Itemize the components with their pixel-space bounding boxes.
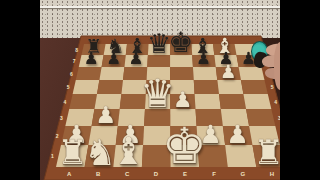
svg-text:3: 3 bbox=[60, 115, 63, 121]
svg-text:4: 4 bbox=[64, 99, 67, 105]
svg-text:6: 6 bbox=[70, 71, 73, 77]
piece-black-pawn-a7[interactable]: ♟ bbox=[84, 51, 99, 68]
svg-text:8: 8 bbox=[75, 47, 78, 53]
letterbox-left bbox=[0, 0, 40, 180]
video-content: ABCDEFGH1122334455667788 ♜♞♝♛♚♝♝♟♟♟♟♟♟♟♛… bbox=[40, 0, 280, 180]
svg-text:5: 5 bbox=[271, 84, 274, 90]
svg-text:4: 4 bbox=[274, 99, 277, 105]
piece-white-pawn-e4[interactable]: ♟ bbox=[173, 89, 192, 111]
letterbox-right bbox=[280, 0, 320, 180]
piece-white-rook-h1[interactable]: ♜ bbox=[253, 136, 280, 170]
piece-black-pawn-f7[interactable]: ♟ bbox=[196, 51, 211, 68]
piece-white-pawn-g2[interactable]: ♟ bbox=[226, 122, 248, 147]
svg-text:7: 7 bbox=[73, 58, 76, 64]
piece-white-queen-d4[interactable]: ♛ bbox=[140, 74, 175, 113]
piece-black-pawn-c7[interactable]: ♟ bbox=[129, 51, 144, 68]
svg-text:D: D bbox=[154, 171, 159, 177]
svg-text:5: 5 bbox=[67, 84, 70, 90]
piece-black-king-e8[interactable]: ♚ bbox=[168, 29, 193, 57]
svg-text:1: 1 bbox=[51, 153, 54, 159]
piece-white-pawn-b3[interactable]: ♟ bbox=[95, 104, 116, 127]
piece-white-king-e1[interactable]: ♚ bbox=[162, 122, 207, 172]
piece-black-pawn-b7[interactable]: ♟ bbox=[106, 51, 121, 68]
piece-white-pawn-g6[interactable]: ♟ bbox=[220, 63, 236, 81]
svg-text:F: F bbox=[212, 171, 216, 177]
video-frame: ABCDEFGH1122334455667788 ♜♞♝♛♚♝♝♟♟♟♟♟♟♟♛… bbox=[0, 0, 320, 180]
svg-text:G: G bbox=[241, 171, 246, 177]
piece-white-rook-a1[interactable]: ♜ bbox=[57, 136, 87, 170]
piece-white-bishop-c1[interactable]: ♝ bbox=[112, 133, 146, 170]
